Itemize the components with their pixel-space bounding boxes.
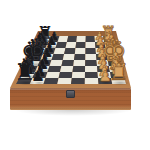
square-r2c3[interactable] xyxy=(64,48,75,54)
square-r4c4[interactable] xyxy=(73,60,85,66)
square-r1c4[interactable] xyxy=(76,42,86,48)
square-r3c3[interactable] xyxy=(63,54,75,60)
square-r7c5[interactable] xyxy=(85,78,99,84)
square-r1c3[interactable] xyxy=(66,42,77,48)
square-r3c5[interactable] xyxy=(85,54,96,60)
piece-white-R[interactable]: ♜ xyxy=(108,60,129,83)
square-r6c5[interactable] xyxy=(85,72,98,78)
square-r7c2[interactable] xyxy=(44,78,59,84)
square-r7c3[interactable] xyxy=(57,78,72,84)
square-r6c3[interactable] xyxy=(59,72,73,78)
square-r7c4[interactable] xyxy=(71,78,85,84)
square-r3c2[interactable] xyxy=(52,54,65,60)
square-r6c4[interactable] xyxy=(72,72,85,78)
square-r5c4[interactable] xyxy=(73,66,86,72)
square-r1c2[interactable] xyxy=(56,42,67,48)
square-r5c3[interactable] xyxy=(60,66,73,72)
square-r0c3[interactable] xyxy=(67,36,77,42)
square-r6c2[interactable] xyxy=(46,72,61,78)
square-r5c2[interactable] xyxy=(48,66,62,72)
square-r3c4[interactable] xyxy=(74,54,85,60)
chess-set-photo: ♜♟♟♜♞♟♟♞♝♟♟♝♛♟♟♛♚♟♟♚♝♟♟♝♞♟♟♞♜♟♟♜ xyxy=(0,0,150,150)
piece-black-P[interactable]: ♟ xyxy=(31,69,44,84)
square-r0c4[interactable] xyxy=(76,36,86,42)
square-r2c4[interactable] xyxy=(75,48,86,54)
square-r4c2[interactable] xyxy=(50,60,63,66)
square-r4c3[interactable] xyxy=(61,60,74,66)
square-r4c5[interactable] xyxy=(85,60,97,66)
square-r5c5[interactable] xyxy=(85,66,98,72)
square-r2c2[interactable] xyxy=(54,48,66,54)
